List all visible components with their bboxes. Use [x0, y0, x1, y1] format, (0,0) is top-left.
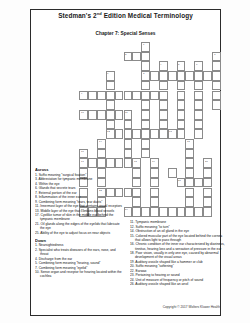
crossword-cell — [132, 168, 141, 178]
crossword-cell — [159, 110, 168, 120]
crossword-cell — [203, 71, 212, 81]
crossword-cell — [194, 178, 203, 188]
crossword-cell — [106, 100, 115, 110]
clue-item: 16. Chronic condition of the inner ear c… — [130, 242, 226, 250]
crossword-cell — [185, 149, 194, 159]
crossword-cell: 7 — [106, 71, 115, 81]
crossword-cell — [132, 188, 141, 198]
cell-number: 6 — [196, 63, 197, 66]
cell-number: 20 — [205, 160, 208, 163]
crossword-cell — [203, 188, 212, 198]
crossword-cell — [88, 110, 97, 120]
crossword-cell — [212, 100, 221, 110]
cell-number: 2 — [125, 53, 126, 56]
across-clue-list: 1. Suffix meaning “surgical fixation”3. … — [35, 173, 124, 235]
crossword-cell — [159, 91, 168, 101]
crossword-cell — [115, 110, 124, 120]
crossword-cell — [177, 110, 186, 120]
crossword-cell — [106, 110, 115, 120]
crossword-cell — [203, 207, 212, 217]
crossword-cell — [159, 120, 168, 130]
page-title-prefix: Stedman's 2 — [58, 12, 97, 19]
crossword-cell — [115, 91, 124, 101]
crossword-cell — [185, 188, 194, 198]
cell-number: 9 — [81, 92, 82, 95]
cell-number: 21 — [178, 179, 181, 182]
crossword-cell — [132, 129, 141, 139]
crossword-cell — [177, 91, 186, 101]
crossword-cell — [159, 129, 168, 139]
crossword-cell — [177, 207, 186, 217]
crossword-cell — [194, 120, 203, 130]
cell-number: 10 — [81, 111, 84, 114]
crossword-cell — [159, 100, 168, 110]
crossword-cell — [115, 129, 124, 139]
cell-number: 5 — [178, 63, 179, 66]
crossword-cell — [185, 158, 194, 168]
crossword-cell: 19 — [150, 158, 159, 168]
crossword-cell — [141, 91, 150, 101]
cell-number: 15 — [187, 140, 190, 143]
crossword-cell — [159, 207, 168, 217]
crossword-cell — [194, 71, 203, 81]
crossword-cell — [194, 110, 203, 120]
crossword-cell: 4 — [159, 61, 168, 71]
crossword-cell: 10 — [79, 110, 88, 120]
crossword-cell — [159, 71, 168, 81]
crossword-cell — [141, 61, 150, 71]
crossword-cell: 16 — [79, 149, 88, 159]
crossword-cell — [106, 120, 115, 130]
page-title: Stedman's 2nd Edition Medical Terminolog… — [30, 11, 221, 19]
clue-column-right: 11. Tympanic membrane12. Suffix meaning … — [130, 220, 226, 287]
cell-number: 1 — [143, 43, 144, 46]
down-clue-list-left: 1. Nearsightedness2. Specialist who trea… — [35, 243, 124, 278]
crossword-cell — [141, 52, 150, 62]
clue-column-left: Across 1. Suffix meaning “surgical fixat… — [35, 167, 124, 279]
copyright-notice: Copyright © 2017 Wolters Kluwer Health — [30, 305, 220, 309]
crossword-cell — [194, 129, 203, 139]
crossword-cell — [177, 71, 186, 81]
cell-number: 24 — [125, 208, 128, 211]
worksheet-page: { "page": { "title_prefix": "Stedman's 2… — [0, 0, 250, 323]
crossword-cell — [124, 139, 133, 149]
crossword-cell — [141, 149, 150, 159]
crossword-cell: 12 — [106, 129, 115, 139]
crossword-cell — [185, 197, 194, 207]
crossword-cell — [194, 100, 203, 110]
crossword-cell — [185, 207, 194, 217]
crossword-cell — [141, 207, 150, 217]
crossword-cell — [124, 91, 133, 101]
crossword-cell — [132, 52, 141, 62]
crossword-cell — [150, 91, 159, 101]
crossword-cell: 11 — [124, 110, 133, 120]
down-clue-list-right: 11. Tympanic membrane12. Suffix meaning … — [130, 220, 226, 286]
clue-item: 10. Sense organ and receptor for hearing… — [35, 270, 124, 278]
crossword-cell — [194, 91, 203, 101]
crossword-cell: 5 — [177, 61, 186, 71]
crossword-cell — [203, 178, 212, 188]
cell-number: 12 — [107, 130, 110, 133]
crossword-cell — [132, 207, 141, 217]
cell-number: 14 — [99, 140, 102, 143]
crossword-cell — [124, 120, 133, 130]
cell-number: 7 — [107, 72, 108, 75]
crossword-cell: 14 — [97, 139, 106, 149]
crossword-cell — [150, 71, 159, 81]
cell-number: 16 — [81, 150, 84, 153]
crossword-cell — [150, 197, 159, 207]
cell-number: 8 — [143, 72, 144, 75]
crossword-cell — [124, 188, 133, 198]
crossword-cell — [177, 129, 186, 139]
crossword-cell — [141, 110, 150, 120]
crossword-cell: 18 — [132, 158, 141, 168]
clue-item: 17. Cystlike tumor of skin in the middle… — [35, 213, 124, 221]
page-title-suffix: Edition Medical Terminology — [102, 12, 193, 19]
crossword-cell — [194, 81, 203, 91]
crossword-cell: 15 — [185, 139, 194, 149]
crossword-cell — [194, 207, 203, 217]
crossword-cell — [97, 149, 106, 159]
crossword-cell — [150, 129, 159, 139]
crossword-cell: 21 — [177, 178, 186, 188]
crossword-cell: 2 — [124, 52, 133, 62]
crossword-cell — [132, 197, 141, 207]
crossword-cell: 24 — [124, 207, 133, 217]
clue-item: 21. Oil glands along the edges of the ey… — [35, 222, 124, 230]
crossword-cell: 6 — [194, 61, 203, 71]
crossword-cell — [141, 139, 150, 149]
crossword-cell — [177, 81, 186, 91]
crossword-cell — [150, 178, 159, 188]
crossword-cell — [141, 120, 150, 130]
crossword-cell — [185, 168, 194, 178]
crossword-cell — [141, 129, 150, 139]
crossword-cell — [141, 100, 150, 110]
crossword-cell — [212, 81, 221, 91]
crossword-cell — [203, 168, 212, 178]
clue-item: 15. Colored muscular part of the eye loc… — [130, 234, 226, 242]
crossword-cell: 13 — [168, 129, 177, 139]
chapter-heading: Chapter 7: Special Senses — [30, 31, 221, 36]
crossword-cell: 9 — [79, 91, 88, 101]
cell-number: 11 — [125, 111, 128, 114]
crossword-cell — [141, 81, 150, 91]
crossword-cell — [168, 168, 177, 178]
crossword-cell — [203, 197, 212, 207]
crossword-cell — [97, 91, 106, 101]
crossword-cell: 8 — [141, 71, 150, 81]
crossword-cell — [124, 129, 133, 139]
crossword-cell — [159, 81, 168, 91]
crossword-cell — [88, 91, 97, 101]
crossword-cell — [106, 81, 115, 91]
crossword-cell — [97, 110, 106, 120]
crossword-cell — [212, 91, 221, 101]
crossword-cell — [212, 71, 221, 81]
cell-number: 13 — [169, 130, 172, 133]
cell-number: 4 — [160, 63, 161, 66]
clue-item: 2. Specialist who treats diseases of the… — [35, 248, 124, 256]
crossword-cell — [177, 120, 186, 130]
cell-number: 18 — [134, 160, 137, 163]
cell-number: 17 — [81, 160, 84, 163]
clue-item: 18. Poor vision, usually in only one eye… — [130, 251, 226, 259]
crossword-cell — [168, 71, 177, 81]
crossword-cell — [124, 149, 133, 159]
crossword-cell: 20 — [203, 158, 212, 168]
cell-number: 19 — [152, 160, 155, 163]
crossword-cell — [106, 91, 115, 101]
crossword-cell — [150, 168, 159, 178]
crossword-cell — [132, 178, 141, 188]
clue-item: 26. Auditory ossicle shaped like an anvi… — [130, 282, 226, 286]
crossword-cell: 3 — [212, 52, 221, 62]
crossword-cell — [185, 178, 194, 188]
crossword-cell — [132, 91, 141, 101]
crossword-cell — [168, 207, 177, 217]
clue-item: 25. Ability of the eye to adjust focus o… — [35, 230, 124, 234]
cell-number: 3 — [214, 53, 215, 56]
crossword-cell — [212, 61, 221, 71]
crossword-cell — [177, 100, 186, 110]
crossword-cell — [124, 158, 133, 168]
crossword-cell — [150, 207, 159, 217]
crossword-cell: 1 — [141, 42, 150, 52]
crossword-cell — [150, 188, 159, 198]
crossword-cell — [185, 71, 194, 81]
